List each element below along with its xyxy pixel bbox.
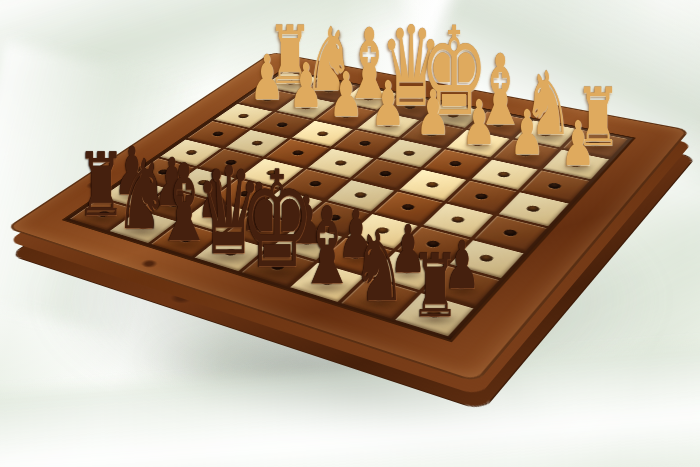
peg-hole: [290, 150, 305, 156]
peg-hole: [298, 237, 315, 245]
peg-hole: [269, 262, 286, 271]
peg-hole: [547, 182, 563, 189]
peg-hole: [425, 131, 440, 137]
peg-hole: [403, 104, 417, 110]
peg-hole: [322, 87, 335, 92]
peg-hole: [478, 254, 495, 263]
wood-knot: [138, 258, 161, 269]
peg-hole: [425, 240, 442, 249]
peg-hole: [425, 181, 441, 188]
peg-hole: [275, 122, 289, 128]
peg-hole: [284, 80, 297, 85]
peg-hole: [223, 159, 238, 166]
peg-hole: [474, 193, 490, 201]
peg-hole: [370, 293, 388, 303]
peg-hole: [518, 150, 533, 157]
peg-hole: [502, 229, 519, 237]
peg-hole: [264, 169, 279, 176]
peg-hole: [402, 150, 417, 157]
peg-hole: [448, 160, 463, 167]
peg-hole: [208, 212, 224, 220]
peg-hole: [446, 112, 460, 118]
peg-hole: [299, 104, 313, 110]
peg-hole: [281, 202, 297, 210]
peg-hole: [252, 224, 268, 232]
peg-hole: [222, 248, 239, 256]
peg-hole: [136, 222, 152, 230]
peg-hole: [491, 121, 506, 127]
peg-hole: [347, 251, 364, 260]
peg-hole: [156, 169, 171, 176]
peg-hole: [315, 131, 329, 137]
peg-hole: [425, 309, 443, 319]
peg-hole: [353, 191, 369, 198]
peg-hole: [525, 205, 541, 213]
peg-hole: [211, 131, 225, 137]
peg-hole: [195, 179, 210, 186]
peg-hole: [318, 277, 336, 286]
peg-hole: [339, 113, 353, 119]
peg-hole: [358, 140, 373, 146]
peg-hole: [184, 149, 198, 155]
wood-knot: [83, 179, 106, 190]
chessboard: [6, 52, 690, 383]
peg-hole: [95, 210, 111, 217]
peg-hole: [452, 281, 470, 291]
peg-hole: [381, 121, 395, 127]
peg-hole: [237, 190, 252, 197]
peg-hole: [333, 160, 348, 167]
peg-hole: [250, 140, 264, 146]
peg-hole: [496, 171, 512, 178]
peg-hole: [261, 96, 274, 101]
peg-hole: [378, 170, 393, 177]
peg-hole: [398, 266, 415, 275]
peg-hole: [470, 140, 485, 146]
peg-hole: [450, 216, 467, 224]
peg-hole: [588, 140, 603, 147]
peg-hole: [166, 200, 182, 207]
photo-scene: ♜♞♝♛♚♝♞♜♟♟♟♟♟♟♟♟♟♟♟♟♟♟♟♟♜♞♝♛♚♝♞♜: [0, 0, 700, 467]
peg-hole: [308, 180, 323, 187]
peg-hole: [568, 161, 584, 168]
peg-hole: [178, 235, 194, 243]
peg-hole: [374, 227, 391, 235]
peg-hole: [400, 203, 416, 211]
peg-hole: [126, 189, 141, 196]
peg-hole: [326, 214, 342, 222]
peg-hole: [236, 113, 250, 119]
peg-hole: [362, 95, 376, 101]
peg-hole: [538, 130, 553, 136]
